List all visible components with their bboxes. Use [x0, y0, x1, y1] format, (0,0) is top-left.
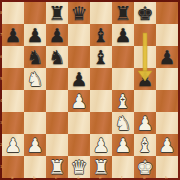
- white-pawn-a2[interactable]: ♟: [2, 134, 24, 156]
- black-pawn-g5[interactable]: ♟: [134, 68, 156, 90]
- white-pawn-g3[interactable]: ♟: [134, 112, 156, 134]
- black-king-g8[interactable]: ♚: [134, 2, 156, 24]
- black-bishop-e7[interactable]: ♝: [90, 24, 112, 46]
- square-g2[interactable]: ♝: [134, 134, 156, 156]
- square-h3[interactable]: [156, 112, 178, 134]
- square-d7[interactable]: [68, 24, 90, 46]
- black-queen-d8[interactable]: ♛: [68, 2, 90, 24]
- black-rook-c8[interactable]: ♜: [46, 2, 68, 24]
- square-h4[interactable]: [156, 90, 178, 112]
- white-bishop-f4[interactable]: ♝: [112, 90, 134, 112]
- square-a6[interactable]: [2, 46, 24, 68]
- black-pawn-a7[interactable]: ♟: [2, 24, 24, 46]
- square-b1[interactable]: [24, 156, 46, 178]
- square-a5[interactable]: [2, 68, 24, 90]
- square-g1[interactable]: ♚: [134, 156, 156, 178]
- square-b7[interactable]: ♟: [24, 24, 46, 46]
- square-c5[interactable]: [46, 68, 68, 90]
- white-king-g1[interactable]: ♚: [134, 156, 156, 178]
- square-h5[interactable]: [156, 68, 178, 90]
- board-grid: ♜♛♜♚♟♟♟♝♟♞♞♝♟♞♟♟♟♝♞♟♟♟♟♟♝♟♜♛♜♚: [2, 2, 178, 178]
- square-d8[interactable]: ♛: [68, 2, 90, 24]
- square-c6[interactable]: ♞: [46, 46, 68, 68]
- square-c3[interactable]: [46, 112, 68, 134]
- square-b8[interactable]: [24, 2, 46, 24]
- white-rook-c1[interactable]: ♜: [46, 156, 68, 178]
- black-knight-b6[interactable]: ♞: [24, 46, 46, 68]
- black-pawn-h6[interactable]: ♟: [156, 46, 178, 68]
- square-f2[interactable]: ♟: [112, 134, 134, 156]
- square-g3[interactable]: ♟: [134, 112, 156, 134]
- square-c1[interactable]: ♜: [46, 156, 68, 178]
- chess-board: ♜♛♜♚♟♟♟♝♟♞♞♝♟♞♟♟♟♝♞♟♟♟♟♟♝♟♜♛♜♚: [0, 0, 180, 180]
- square-h2[interactable]: ♟: [156, 134, 178, 156]
- square-e4[interactable]: [90, 90, 112, 112]
- white-pawn-f2[interactable]: ♟: [112, 134, 134, 156]
- white-rook-e1[interactable]: ♜: [90, 156, 112, 178]
- white-pawn-b2[interactable]: ♟: [24, 134, 46, 156]
- black-bishop-e6[interactable]: ♝: [90, 46, 112, 68]
- square-b2[interactable]: ♟: [24, 134, 46, 156]
- square-c4[interactable]: [46, 90, 68, 112]
- square-b6[interactable]: ♞: [24, 46, 46, 68]
- black-pawn-c7[interactable]: ♟: [46, 24, 68, 46]
- square-f6[interactable]: [112, 46, 134, 68]
- square-b3[interactable]: [24, 112, 46, 134]
- black-knight-c6[interactable]: ♞: [46, 46, 68, 68]
- square-d3[interactable]: [68, 112, 90, 134]
- white-pawn-d4[interactable]: ♟: [68, 90, 90, 112]
- black-rook-f8[interactable]: ♜: [112, 2, 134, 24]
- square-d2[interactable]: [68, 134, 90, 156]
- square-h7[interactable]: [156, 24, 178, 46]
- square-f8[interactable]: ♜: [112, 2, 134, 24]
- square-g6[interactable]: [134, 46, 156, 68]
- square-e1[interactable]: ♜: [90, 156, 112, 178]
- square-e8[interactable]: [90, 2, 112, 24]
- black-pawn-d5[interactable]: ♟: [68, 68, 90, 90]
- square-g5[interactable]: ♟: [134, 68, 156, 90]
- square-h8[interactable]: [156, 2, 178, 24]
- square-f5[interactable]: [112, 68, 134, 90]
- square-f3[interactable]: ♞: [112, 112, 134, 134]
- square-d5[interactable]: ♟: [68, 68, 90, 90]
- square-d4[interactable]: ♟: [68, 90, 90, 112]
- square-a7[interactable]: ♟: [2, 24, 24, 46]
- square-d1[interactable]: ♛: [68, 156, 90, 178]
- square-h1[interactable]: [156, 156, 178, 178]
- black-pawn-f7[interactable]: ♟: [112, 24, 134, 46]
- white-knight-b5[interactable]: ♞: [24, 68, 46, 90]
- white-queen-d1[interactable]: ♛: [68, 156, 90, 178]
- square-a1[interactable]: [2, 156, 24, 178]
- white-knight-f3[interactable]: ♞: [112, 112, 134, 134]
- square-d6[interactable]: [68, 46, 90, 68]
- square-c8[interactable]: ♜: [46, 2, 68, 24]
- square-e2[interactable]: ♟: [90, 134, 112, 156]
- square-e5[interactable]: [90, 68, 112, 90]
- square-f7[interactable]: ♟: [112, 24, 134, 46]
- square-g8[interactable]: ♚: [134, 2, 156, 24]
- square-a2[interactable]: ♟: [2, 134, 24, 156]
- white-pawn-e2[interactable]: ♟: [90, 134, 112, 156]
- square-b4[interactable]: [24, 90, 46, 112]
- square-e7[interactable]: ♝: [90, 24, 112, 46]
- chess-board-screenshot: ♜♛♜♚♟♟♟♝♟♞♞♝♟♞♟♟♟♝♞♟♟♟♟♟♝♟♜♛♜♚ 12345678a…: [0, 0, 180, 180]
- square-a3[interactable]: [2, 112, 24, 134]
- black-pawn-b7[interactable]: ♟: [24, 24, 46, 46]
- square-h6[interactable]: ♟: [156, 46, 178, 68]
- square-e6[interactable]: ♝: [90, 46, 112, 68]
- square-c7[interactable]: ♟: [46, 24, 68, 46]
- white-pawn-h2[interactable]: ♟: [156, 134, 178, 156]
- white-bishop-g2[interactable]: ♝: [134, 134, 156, 156]
- square-f4[interactable]: ♝: [112, 90, 134, 112]
- square-b5[interactable]: ♞: [24, 68, 46, 90]
- square-g4[interactable]: [134, 90, 156, 112]
- square-a4[interactable]: [2, 90, 24, 112]
- square-a8[interactable]: [2, 2, 24, 24]
- square-g7[interactable]: [134, 24, 156, 46]
- square-f1[interactable]: [112, 156, 134, 178]
- square-c2[interactable]: [46, 134, 68, 156]
- square-e3[interactable]: [90, 112, 112, 134]
